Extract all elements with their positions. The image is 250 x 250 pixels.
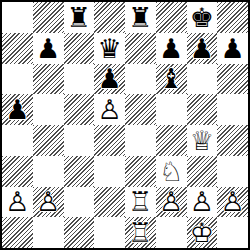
piece-black-bishop[interactable]: ♝	[159, 65, 183, 92]
square-g8[interactable]: ♚	[187, 2, 218, 33]
square-c4[interactable]	[64, 125, 95, 156]
piece-black-rook[interactable]: ♜	[67, 4, 91, 31]
square-g3[interactable]	[187, 156, 218, 187]
square-d5[interactable]: ♙	[94, 94, 125, 125]
square-g1[interactable]: ♔	[187, 217, 218, 248]
piece-black-rook[interactable]: ♜	[128, 4, 152, 31]
square-b3[interactable]	[33, 156, 64, 187]
square-c5[interactable]	[64, 94, 95, 125]
square-h3[interactable]	[217, 156, 248, 187]
square-h2[interactable]: ♙	[217, 187, 248, 218]
square-d7[interactable]: ♛	[94, 33, 125, 64]
square-h6[interactable]	[217, 64, 248, 95]
square-e3[interactable]	[125, 156, 156, 187]
square-d6[interactable]: ♟	[94, 64, 125, 95]
square-a1[interactable]	[2, 217, 33, 248]
square-a2[interactable]: ♙	[2, 187, 33, 218]
square-g5[interactable]	[187, 94, 218, 125]
square-h1[interactable]	[217, 217, 248, 248]
piece-black-pawn[interactable]: ♟	[159, 35, 183, 62]
square-b7[interactable]: ♟	[33, 33, 64, 64]
square-e8[interactable]: ♜	[125, 2, 156, 33]
square-f7[interactable]: ♟	[156, 33, 187, 64]
square-g6[interactable]	[187, 64, 218, 95]
square-e7[interactable]	[125, 33, 156, 64]
square-g2[interactable]: ♙	[187, 187, 218, 218]
piece-white-queen[interactable]: ♕	[190, 127, 214, 154]
piece-black-queen[interactable]: ♛	[98, 35, 122, 62]
square-f5[interactable]	[156, 94, 187, 125]
square-d2[interactable]	[94, 187, 125, 218]
piece-white-pawn[interactable]: ♙	[36, 188, 60, 215]
square-a4[interactable]	[2, 125, 33, 156]
piece-black-pawn[interactable]: ♟	[36, 35, 60, 62]
square-c6[interactable]	[64, 64, 95, 95]
square-c8[interactable]: ♜	[64, 2, 95, 33]
square-d4[interactable]	[94, 125, 125, 156]
square-g7[interactable]: ♟	[187, 33, 218, 64]
square-b1[interactable]	[33, 217, 64, 248]
square-c1[interactable]	[64, 217, 95, 248]
square-h8[interactable]	[217, 2, 248, 33]
square-h7[interactable]: ♟	[217, 33, 248, 64]
piece-white-knight[interactable]: ♘	[159, 158, 183, 185]
square-a7[interactable]	[2, 33, 33, 64]
piece-white-king[interactable]: ♔	[190, 219, 214, 246]
square-c2[interactable]	[64, 187, 95, 218]
square-c3[interactable]	[64, 156, 95, 187]
piece-white-pawn[interactable]: ♙	[5, 188, 29, 215]
square-a3[interactable]	[2, 156, 33, 187]
piece-black-pawn[interactable]: ♟	[5, 96, 29, 123]
square-a6[interactable]	[2, 64, 33, 95]
square-c7[interactable]	[64, 33, 95, 64]
square-b4[interactable]	[33, 125, 64, 156]
square-d1[interactable]	[94, 217, 125, 248]
piece-white-rook[interactable]: ♖	[128, 188, 152, 215]
piece-white-pawn[interactable]: ♙	[98, 96, 122, 123]
piece-black-pawn[interactable]: ♟	[98, 65, 122, 92]
square-e1[interactable]: ♖	[125, 217, 156, 248]
piece-white-pawn[interactable]: ♙	[221, 188, 245, 215]
square-e4[interactable]	[125, 125, 156, 156]
square-d3[interactable]	[94, 156, 125, 187]
square-e6[interactable]	[125, 64, 156, 95]
square-b2[interactable]: ♙	[33, 187, 64, 218]
square-f6[interactable]: ♝	[156, 64, 187, 95]
piece-white-rook[interactable]: ♖	[128, 219, 152, 246]
square-b8[interactable]	[33, 2, 64, 33]
square-e2[interactable]: ♖	[125, 187, 156, 218]
piece-white-pawn[interactable]: ♙	[159, 188, 183, 215]
square-d8[interactable]	[94, 2, 125, 33]
piece-black-king[interactable]: ♚	[190, 4, 214, 31]
square-f1[interactable]	[156, 217, 187, 248]
square-f8[interactable]	[156, 2, 187, 33]
square-h5[interactable]	[217, 94, 248, 125]
square-b6[interactable]	[33, 64, 64, 95]
square-f3[interactable]: ♘	[156, 156, 187, 187]
square-f4[interactable]	[156, 125, 187, 156]
piece-black-pawn[interactable]: ♟	[190, 35, 214, 62]
square-g4[interactable]: ♕	[187, 125, 218, 156]
square-f2[interactable]: ♙	[156, 187, 187, 218]
square-h4[interactable]	[217, 125, 248, 156]
square-a5[interactable]: ♟	[2, 94, 33, 125]
square-b5[interactable]	[33, 94, 64, 125]
piece-black-pawn[interactable]: ♟	[221, 35, 245, 62]
chess-board: ♜♜♚♟♛♟♟♟♟♝♟♙♕♘♙♙♖♙♙♙♖♔	[0, 0, 250, 250]
square-e5[interactable]	[125, 94, 156, 125]
piece-white-pawn[interactable]: ♙	[190, 188, 214, 215]
square-a8[interactable]	[2, 2, 33, 33]
